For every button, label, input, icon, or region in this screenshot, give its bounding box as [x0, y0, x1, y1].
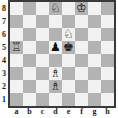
square-e3[interactable]	[62, 67, 75, 80]
file-label-d: d	[49, 106, 62, 118]
piece-white-knight-d8: ♘	[49, 2, 62, 15]
square-e8[interactable]	[62, 2, 75, 15]
square-a1[interactable]	[10, 93, 23, 106]
square-b1[interactable]	[23, 93, 36, 106]
square-g8[interactable]	[88, 2, 101, 15]
square-d1[interactable]	[49, 93, 62, 106]
square-b3[interactable]	[23, 67, 36, 80]
square-b7[interactable]	[23, 15, 36, 28]
square-f6[interactable]	[75, 28, 88, 41]
rank-labels: 87654321	[0, 2, 8, 106]
file-label-g: g	[88, 106, 101, 118]
square-h7[interactable]	[101, 15, 114, 28]
square-c5[interactable]	[36, 41, 49, 54]
square-f1[interactable]	[75, 93, 88, 106]
square-b6[interactable]	[23, 28, 36, 41]
square-b2[interactable]	[23, 80, 36, 93]
square-f5[interactable]	[75, 41, 88, 54]
square-h5[interactable]	[101, 41, 114, 54]
file-label-a: a	[10, 106, 23, 118]
square-e5[interactable]: ♚	[62, 41, 75, 54]
piece-black-king-e5: ♚	[62, 41, 75, 54]
square-c8[interactable]	[36, 2, 49, 15]
square-d5[interactable]: ♟	[49, 41, 62, 54]
square-b4[interactable]	[23, 54, 36, 67]
square-h2[interactable]	[101, 80, 114, 93]
square-h4[interactable]	[101, 54, 114, 67]
square-h8[interactable]	[101, 2, 114, 15]
square-f7[interactable]	[75, 15, 88, 28]
square-h6[interactable]	[101, 28, 114, 41]
piece-black-pawn-d5: ♟	[49, 41, 62, 54]
rank-label-1: 1	[0, 93, 8, 106]
square-g3[interactable]	[88, 67, 101, 80]
piece-white-rook-a5: ♖	[10, 41, 23, 54]
rank-label-2: 2	[0, 80, 8, 93]
rank-label-3: 3	[0, 67, 8, 80]
rank-label-6: 6	[0, 28, 8, 41]
square-d2[interactable]: ♗	[49, 80, 62, 93]
square-g1[interactable]	[88, 93, 101, 106]
square-h1[interactable]	[101, 93, 114, 106]
file-label-h: h	[101, 106, 114, 118]
file-labels: abcdefgh	[10, 106, 114, 118]
rank-label-5: 5	[0, 41, 8, 54]
square-c1[interactable]	[36, 93, 49, 106]
square-g6[interactable]	[88, 28, 101, 41]
square-f4[interactable]	[75, 54, 88, 67]
file-label-c: c	[36, 106, 49, 118]
square-c7[interactable]	[36, 15, 49, 28]
square-d8[interactable]: ♘	[49, 2, 62, 15]
square-a5[interactable]: ♖	[10, 41, 23, 54]
rank-label-7: 7	[0, 15, 8, 28]
square-a4[interactable]	[10, 54, 23, 67]
square-h3[interactable]	[101, 67, 114, 80]
square-g7[interactable]	[88, 15, 101, 28]
square-e2[interactable]	[62, 80, 75, 93]
square-a2[interactable]	[10, 80, 23, 93]
square-g4[interactable]	[88, 54, 101, 67]
square-b8[interactable]	[23, 2, 36, 15]
square-f3[interactable]	[75, 67, 88, 80]
file-label-b: b	[23, 106, 36, 118]
square-d7[interactable]	[49, 15, 62, 28]
square-c6[interactable]	[36, 28, 49, 41]
square-g2[interactable]	[88, 80, 101, 93]
piece-white-king-f8: ♔	[75, 2, 88, 15]
piece-white-bishop-d2: ♗	[49, 80, 62, 93]
chess-board: ♘♔♘♖♟♚♗♗	[8, 0, 116, 108]
square-e1[interactable]	[62, 93, 75, 106]
file-label-e: e	[62, 106, 75, 118]
chess-diagram: ♘♔♘♖♟♚♗♗ 87654321 abcdefgh	[0, 0, 118, 118]
square-c2[interactable]	[36, 80, 49, 93]
square-f8[interactable]: ♔	[75, 2, 88, 15]
square-f2[interactable]	[75, 80, 88, 93]
square-a3[interactable]	[10, 67, 23, 80]
rank-label-4: 4	[0, 54, 8, 67]
square-b5[interactable]	[23, 41, 36, 54]
square-c3[interactable]	[36, 67, 49, 80]
square-a8[interactable]	[10, 2, 23, 15]
square-g5[interactable]	[88, 41, 101, 54]
file-label-f: f	[75, 106, 88, 118]
square-c4[interactable]	[36, 54, 49, 67]
square-e4[interactable]	[62, 54, 75, 67]
square-a7[interactable]	[10, 15, 23, 28]
rank-label-8: 8	[0, 2, 8, 15]
